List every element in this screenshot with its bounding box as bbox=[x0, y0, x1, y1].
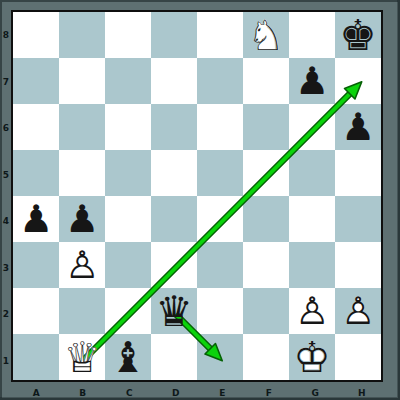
black-bishop[interactable]: ♝ bbox=[105, 334, 151, 380]
square-f1[interactable] bbox=[243, 334, 289, 380]
square-e5[interactable] bbox=[197, 150, 243, 196]
piece-outline: ♘ bbox=[243, 12, 289, 58]
piece-glyph: ♟ bbox=[289, 58, 335, 104]
white-king[interactable]: ♚♔ bbox=[289, 334, 335, 380]
square-d6[interactable] bbox=[151, 104, 197, 150]
black-pawn[interactable]: ♟ bbox=[289, 58, 335, 104]
piece-glyph: ♟ bbox=[335, 104, 381, 150]
square-d4[interactable] bbox=[151, 196, 197, 242]
square-c1[interactable]: ♝ bbox=[105, 334, 151, 380]
black-king[interactable]: ♚ bbox=[335, 12, 381, 58]
square-c4[interactable] bbox=[105, 196, 151, 242]
piece-glyph: ♟ bbox=[59, 196, 105, 242]
square-c3[interactable] bbox=[105, 242, 151, 288]
piece-outline: ♕ bbox=[59, 334, 105, 380]
chess-board[interactable]: ♞♘♚♟♟♟♟♟♙♛♟♙♟♙♛♕♝♚♔ bbox=[11, 10, 383, 382]
file-label-f: F bbox=[246, 386, 293, 399]
square-c5[interactable] bbox=[105, 150, 151, 196]
file-label-a: A bbox=[13, 386, 60, 399]
square-d8[interactable] bbox=[151, 12, 197, 58]
square-e7[interactable] bbox=[197, 58, 243, 104]
square-f7[interactable] bbox=[243, 58, 289, 104]
square-b1[interactable]: ♛♕ bbox=[59, 334, 105, 380]
square-b4[interactable]: ♟ bbox=[59, 196, 105, 242]
square-b5[interactable] bbox=[59, 150, 105, 196]
square-c7[interactable] bbox=[105, 58, 151, 104]
square-h3[interactable] bbox=[335, 242, 381, 288]
piece-glyph: ♝ bbox=[105, 334, 151, 380]
file-label-d: D bbox=[153, 386, 200, 399]
piece-outline: ♙ bbox=[335, 288, 381, 334]
black-pawn[interactable]: ♟ bbox=[335, 104, 381, 150]
square-g3[interactable] bbox=[289, 242, 335, 288]
square-f4[interactable] bbox=[243, 196, 289, 242]
square-a7[interactable] bbox=[13, 58, 59, 104]
square-e1[interactable] bbox=[197, 334, 243, 380]
black-pawn[interactable]: ♟ bbox=[13, 196, 59, 242]
square-h2[interactable]: ♟♙ bbox=[335, 288, 381, 334]
piece-outline: ♙ bbox=[59, 242, 105, 288]
square-b7[interactable] bbox=[59, 58, 105, 104]
square-f2[interactable] bbox=[243, 288, 289, 334]
square-a4[interactable]: ♟ bbox=[13, 196, 59, 242]
square-h8[interactable]: ♚ bbox=[335, 12, 381, 58]
square-a2[interactable] bbox=[13, 288, 59, 334]
square-g7[interactable]: ♟ bbox=[289, 58, 335, 104]
square-d5[interactable] bbox=[151, 150, 197, 196]
black-queen[interactable]: ♛ bbox=[151, 288, 197, 334]
black-pawn[interactable]: ♟ bbox=[59, 196, 105, 242]
square-g4[interactable] bbox=[289, 196, 335, 242]
file-label-e: E bbox=[199, 386, 246, 399]
square-d3[interactable] bbox=[151, 242, 197, 288]
square-c2[interactable] bbox=[105, 288, 151, 334]
square-h5[interactable] bbox=[335, 150, 381, 196]
white-queen[interactable]: ♛♕ bbox=[59, 334, 105, 380]
square-h7[interactable] bbox=[335, 58, 381, 104]
square-f5[interactable] bbox=[243, 150, 289, 196]
square-f3[interactable] bbox=[243, 242, 289, 288]
square-f8[interactable]: ♞♘ bbox=[243, 12, 289, 58]
square-g5[interactable] bbox=[289, 150, 335, 196]
white-pawn[interactable]: ♟♙ bbox=[335, 288, 381, 334]
square-e8[interactable] bbox=[197, 12, 243, 58]
square-a8[interactable] bbox=[13, 12, 59, 58]
square-c8[interactable] bbox=[105, 12, 151, 58]
piece-glyph: ♚ bbox=[335, 12, 381, 58]
square-a3[interactable] bbox=[13, 242, 59, 288]
square-e4[interactable] bbox=[197, 196, 243, 242]
square-b6[interactable] bbox=[59, 104, 105, 150]
square-b2[interactable] bbox=[59, 288, 105, 334]
square-h1[interactable] bbox=[335, 334, 381, 380]
square-h4[interactable] bbox=[335, 196, 381, 242]
square-a1[interactable] bbox=[13, 334, 59, 380]
piece-outline: ♙ bbox=[289, 288, 335, 334]
square-g2[interactable]: ♟♙ bbox=[289, 288, 335, 334]
piece-outline: ♔ bbox=[289, 334, 335, 380]
square-b8[interactable] bbox=[59, 12, 105, 58]
file-labels: ABCDEFGH bbox=[13, 386, 385, 399]
square-e6[interactable] bbox=[197, 104, 243, 150]
square-d2[interactable]: ♛ bbox=[151, 288, 197, 334]
piece-glyph: ♟ bbox=[13, 196, 59, 242]
square-g6[interactable] bbox=[289, 104, 335, 150]
square-g1[interactable]: ♚♔ bbox=[289, 334, 335, 380]
square-d1[interactable] bbox=[151, 334, 197, 380]
square-b3[interactable]: ♟♙ bbox=[59, 242, 105, 288]
square-c6[interactable] bbox=[105, 104, 151, 150]
square-g8[interactable] bbox=[289, 12, 335, 58]
square-h6[interactable]: ♟ bbox=[335, 104, 381, 150]
white-knight[interactable]: ♞♘ bbox=[243, 12, 289, 58]
square-e3[interactable] bbox=[197, 242, 243, 288]
white-pawn[interactable]: ♟♙ bbox=[289, 288, 335, 334]
file-label-c: C bbox=[106, 386, 153, 399]
file-label-g: G bbox=[292, 386, 339, 399]
file-label-b: B bbox=[60, 386, 107, 399]
piece-glyph: ♛ bbox=[151, 288, 197, 334]
square-f6[interactable] bbox=[243, 104, 289, 150]
square-d7[interactable] bbox=[151, 58, 197, 104]
white-pawn[interactable]: ♟♙ bbox=[59, 242, 105, 288]
file-label-h: H bbox=[339, 386, 386, 399]
square-a6[interactable] bbox=[13, 104, 59, 150]
square-a5[interactable] bbox=[13, 150, 59, 196]
square-e2[interactable] bbox=[197, 288, 243, 334]
chess-board-frame: 87654321 ♞♘♚♟♟♟♟♟♙♛♟♙♟♙♛♕♝♚♔ ABCDEFGH bbox=[0, 0, 400, 400]
